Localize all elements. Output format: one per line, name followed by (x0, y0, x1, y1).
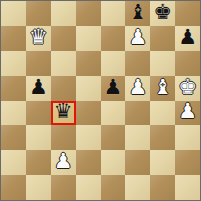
square-h3[interactable] (175, 125, 200, 150)
square-g7[interactable] (150, 26, 175, 51)
chessboard: ♝♚♛♟♟♟♟♟♝♚♛♟♟ (1, 1, 200, 200)
square-d3[interactable] (76, 125, 101, 150)
square-b8[interactable] (26, 1, 51, 26)
square-g4[interactable] (150, 101, 175, 126)
square-e3[interactable] (101, 125, 126, 150)
square-h5[interactable]: ♚ (175, 76, 200, 101)
black-king: ♚ (153, 2, 172, 23)
square-h6[interactable] (175, 51, 200, 76)
square-b4[interactable] (26, 101, 51, 126)
black-bishop: ♝ (128, 2, 147, 23)
square-f3[interactable] (125, 125, 150, 150)
square-c5[interactable] (51, 76, 76, 101)
square-a6[interactable] (1, 51, 26, 76)
square-b3[interactable] (26, 125, 51, 150)
white-bishop: ♝ (153, 77, 172, 98)
square-f8[interactable]: ♝ (125, 1, 150, 26)
square-c3[interactable] (51, 125, 76, 150)
square-f2[interactable] (125, 150, 150, 175)
square-a1[interactable] (1, 175, 26, 200)
square-g1[interactable] (150, 175, 175, 200)
square-d5[interactable] (76, 76, 101, 101)
square-d1[interactable] (76, 175, 101, 200)
square-h2[interactable] (175, 150, 200, 175)
square-h1[interactable] (175, 175, 200, 200)
white-pawn: ♟ (54, 151, 73, 172)
square-c4-highlighted[interactable]: ♛ (51, 101, 76, 126)
square-b1[interactable] (26, 175, 51, 200)
square-b2[interactable] (26, 150, 51, 175)
square-g6[interactable] (150, 51, 175, 76)
square-d8[interactable] (76, 1, 101, 26)
black-pawn: ♟ (178, 27, 197, 48)
square-a5[interactable] (1, 76, 26, 101)
square-a2[interactable] (1, 150, 26, 175)
chessboard-frame: ♝♚♛♟♟♟♟♟♝♚♛♟♟ (0, 0, 201, 201)
white-king: ♚ (178, 77, 197, 98)
square-h8[interactable] (175, 1, 200, 26)
square-a3[interactable] (1, 125, 26, 150)
square-h4[interactable]: ♟ (175, 101, 200, 126)
square-e5[interactable]: ♟ (101, 76, 126, 101)
white-pawn: ♟ (128, 27, 147, 48)
square-d6[interactable] (76, 51, 101, 76)
square-d2[interactable] (76, 150, 101, 175)
square-b6[interactable] (26, 51, 51, 76)
square-f4[interactable] (125, 101, 150, 126)
square-d4[interactable] (76, 101, 101, 126)
black-queen: ♛ (54, 101, 73, 122)
square-a4[interactable] (1, 101, 26, 126)
square-g8[interactable]: ♚ (150, 1, 175, 26)
black-pawn: ♟ (104, 77, 123, 98)
white-queen: ♛ (29, 27, 48, 48)
square-c7[interactable] (51, 26, 76, 51)
square-h7[interactable]: ♟ (175, 26, 200, 51)
white-pawn: ♟ (178, 101, 197, 122)
square-c6[interactable] (51, 51, 76, 76)
square-g3[interactable] (150, 125, 175, 150)
square-f1[interactable] (125, 175, 150, 200)
square-e7[interactable] (101, 26, 126, 51)
square-f5[interactable]: ♟ (125, 76, 150, 101)
black-pawn: ♟ (29, 77, 48, 98)
square-b5[interactable]: ♟ (26, 76, 51, 101)
square-c8[interactable] (51, 1, 76, 26)
square-b7[interactable]: ♛ (26, 26, 51, 51)
square-d7[interactable] (76, 26, 101, 51)
square-f7[interactable]: ♟ (125, 26, 150, 51)
square-e8[interactable] (101, 1, 126, 26)
square-e4[interactable] (101, 101, 126, 126)
square-e6[interactable] (101, 51, 126, 76)
square-f6[interactable] (125, 51, 150, 76)
square-g2[interactable] (150, 150, 175, 175)
square-g5[interactable]: ♝ (150, 76, 175, 101)
square-a7[interactable] (1, 26, 26, 51)
square-e1[interactable] (101, 175, 126, 200)
square-e2[interactable] (101, 150, 126, 175)
white-pawn: ♟ (128, 77, 147, 98)
square-c1[interactable] (51, 175, 76, 200)
square-c2[interactable]: ♟ (51, 150, 76, 175)
square-a8[interactable] (1, 1, 26, 26)
